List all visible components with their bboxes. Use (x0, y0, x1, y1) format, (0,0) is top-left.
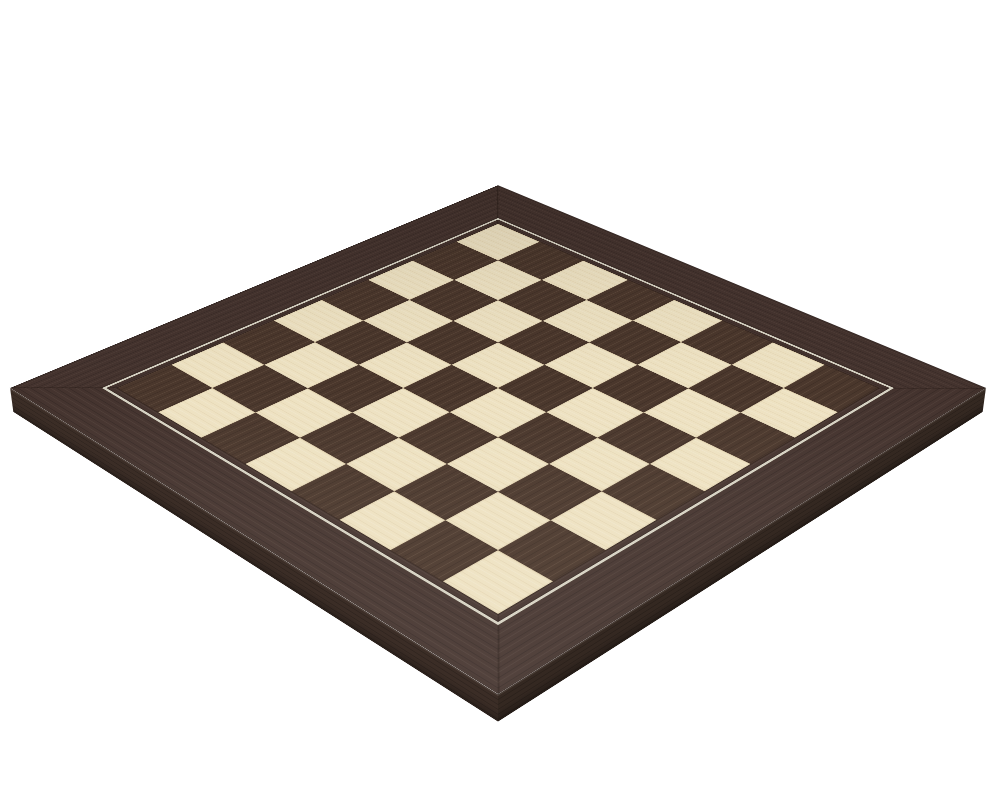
square-h4 (601, 464, 704, 520)
square-g4 (549, 438, 650, 492)
board-top-face (10, 185, 986, 694)
square-h3 (551, 491, 657, 550)
square-g5 (597, 412, 696, 464)
chess-board (10, 185, 986, 694)
square-f3 (447, 438, 548, 492)
square-h7 (741, 388, 838, 438)
square-b1 (158, 388, 255, 438)
square-h2 (498, 520, 606, 581)
square-f4 (498, 412, 597, 464)
square-e1 (291, 464, 394, 520)
square-d3 (352, 388, 449, 438)
square-e4 (449, 388, 546, 438)
square-f1 (340, 491, 446, 550)
frame-mitre-seam (878, 388, 986, 389)
square-d1 (245, 438, 346, 492)
square-h1 (443, 550, 553, 614)
playfield (118, 224, 879, 614)
square-g6 (644, 388, 741, 438)
square-e2 (346, 438, 447, 492)
square-h5 (650, 438, 751, 492)
square-g1 (390, 520, 498, 581)
square-e3 (399, 412, 498, 464)
square-f5 (547, 388, 644, 438)
square-g2 (445, 491, 551, 550)
square-c2 (255, 388, 352, 438)
square-c1 (201, 412, 300, 464)
square-f2 (395, 464, 498, 520)
square-g3 (498, 464, 601, 520)
square-d2 (300, 412, 399, 464)
frame-mitre-seam (498, 614, 499, 694)
square-h6 (696, 412, 795, 464)
